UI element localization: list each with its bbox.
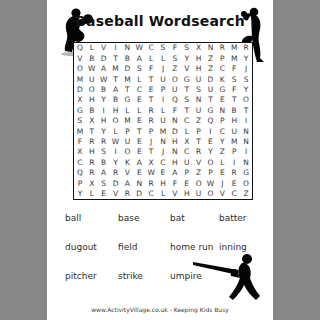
grid-cell-r11c13: Z [216,147,228,157]
grid-cell-r2c7: L [145,53,157,63]
grid-cell-r3c14: F [228,64,240,74]
grid-cell-r14c2: X [86,178,98,188]
grid-cell-r4c4: T [110,74,122,84]
grid-cell-r1c14: M [228,43,240,53]
grid-cell-r7c13: N [216,105,228,115]
grid-cell-r5c8: P [157,85,169,95]
grid-cell-r2c5: B [121,53,133,63]
word-bank-item-strike: strike [118,271,170,281]
grid-cell-r13c14: R [228,168,240,178]
grid-cell-r1c7: C [145,43,157,53]
grid-cell-r10c10: X [181,137,193,147]
grid-cell-r11c6: E [133,147,145,157]
grid-cell-r5c15: Y [240,85,252,95]
grid-cell-r6c14: T [228,95,240,105]
grid-cell-r6c12: T [205,95,217,105]
grid-cell-r6c13: E [216,95,228,105]
grid-cell-r10c5: U [121,137,133,147]
grid-cell-r2c2: B [86,53,98,63]
grid-cell-r10c1: F [74,137,86,147]
grid-cell-r6c3: Y [98,95,110,105]
grid-cell-r8c3: H [98,116,110,126]
grid-cell-r13c12: P [205,168,217,178]
grid-cell-r5c5: T [121,85,133,95]
grid-cell-r10c6: E [133,137,145,147]
grid-cell-r14c15: O [240,178,252,188]
grid-cell-r14c12: W [205,178,217,188]
grid-cell-r14c9: F [169,178,181,188]
grid-cell-r11c10: C [181,147,193,157]
grid-cell-r3c9: Z [169,64,181,74]
grid-cell-r15c13: V [216,189,228,199]
grid-cell-r15c14: C [228,189,240,199]
grid-cell-r8c5: M [121,116,133,126]
grid-cell-r6c4: B [110,95,122,105]
grid-cell-r2c3: D [98,53,110,63]
grid-cell-r4c3: W [98,74,110,84]
grid-cell-r15c3: E [98,189,110,199]
grid-cell-r3c10: V [181,64,193,74]
grid-cell-r8c6: E [133,116,145,126]
grid-cell-r7c1: G [74,105,86,115]
word-bank-item-bat: bat [170,213,219,223]
grid-cell-r12c4: Y [110,157,122,167]
grid-cell-r2c8: L [157,53,169,63]
grid-cell-r2c12: Z [205,53,217,63]
grid-cell-r2c10: Y [181,53,193,63]
grid-cell-r14c7: R [145,178,157,188]
grid-cell-r3c4: M [110,64,122,74]
grid-cell-r10c11: T [193,137,205,147]
grid-cell-r10c14: M [228,137,240,147]
grid-cell-r1c15: R [240,43,252,53]
grid-cell-r12c6: A [133,157,145,167]
grid-cell-r10c13: Y [216,137,228,147]
grid-cell-r5c13: G [216,85,228,95]
grid-cell-r9c12: I [205,126,217,136]
grid-cell-r13c13: E [216,168,228,178]
grid-cell-r4c13: K [216,74,228,84]
grid-cell-r3c5: D [121,64,133,74]
grid-cell-r1c10: S [181,43,193,53]
grid-cell-r7c3: I [98,105,110,115]
grid-cell-r3c2: W [86,64,98,74]
grid-cell-r14c8: H [157,178,169,188]
grid-cell-r11c1: X [74,147,86,157]
grid-cell-r3c6: S [133,64,145,74]
grid-cell-r11c3: S [98,147,110,157]
grid-cell-r5c9: U [169,85,181,95]
grid-cell-r9c2: T [86,126,98,136]
grid-cell-r6c5: G [121,95,133,105]
grid-cell-r8c10: C [181,116,193,126]
grid-cell-r14c1: P [74,178,86,188]
grid-cell-r6c8: I [157,95,169,105]
grid-cell-r1c5: N [121,43,133,53]
grid-cell-r9c14: U [228,126,240,136]
word-bank-item-base: base [118,213,170,223]
grid-cell-r7c10: T [181,105,193,115]
grid-cell-r11c5: O [121,147,133,157]
grid-cell-r4c12: D [205,74,217,84]
grid-cell-r5c3: B [98,85,110,95]
grid-cell-r15c1: Y [74,189,86,199]
grid-cell-r10c7: J [145,137,157,147]
grid-cell-r5c10: T [181,85,193,95]
grid-cell-r13c9: A [169,168,181,178]
grid-cell-r14c6: N [133,178,145,188]
grid-cell-r1c11: X [193,43,205,53]
grid-cell-r11c12: Y [205,147,217,157]
grid-cell-r12c3: B [98,157,110,167]
grid-cell-r13c5: V [121,168,133,178]
grid-cell-r12c15: N [240,157,252,167]
grid-cell-r9c15: N [240,126,252,136]
grid-cell-r9c8: M [157,126,169,136]
grid-cell-r2c11: H [193,53,205,63]
grid-cell-r7c14: B [228,105,240,115]
grid-cell-r7c2: B [86,105,98,115]
grid-cell-r8c13: P [216,116,228,126]
grid-cell-r10c9: H [169,137,181,147]
word-bank-item-batter: batter [219,213,259,223]
grid-cell-r6c7: T [145,95,157,105]
grid-cell-r15c11: U [193,189,205,199]
grid-cell-r1c8: S [157,43,169,53]
grid-cell-r1c12: N [205,43,217,53]
grid-cell-r11c4: I [110,147,122,157]
grid-cell-r5c11: S [193,85,205,95]
grid-cell-r10c15: N [240,137,252,147]
word-bank-item-field: field [118,242,170,252]
grid-cell-r12c9: H [169,157,181,167]
grid-cell-r4c11: U [193,74,205,84]
grid-cell-r13c7: W [145,168,157,178]
grid-cell-r12c5: K [121,157,133,167]
grid-cell-r12c10: U [181,157,193,167]
grid-cell-r14c5: A [121,178,133,188]
grid-cell-r9c3: Y [98,126,110,136]
footer-credit: www.ActivityVillage.co.uk - Keeping Kids… [47,306,273,313]
grid-cell-r13c15: G [240,168,252,178]
grid-cell-r7c12: G [205,105,217,115]
grid-cell-r3c3: A [98,64,110,74]
grid-cell-r2c14: M [228,53,240,63]
grid-cell-r15c12: O [205,189,217,199]
worksheet-page: Baseball Wordsearch QLVINWCSFSXNRMRVBDTB… [47,0,273,320]
grid-cell-r7c5: L [121,105,133,115]
grid-cell-r2c13: P [216,53,228,63]
grid-cell-r4c1: M [74,74,86,84]
grid-cell-r11c7: T [145,147,157,157]
grid-cell-r4c14: S [228,74,240,84]
grid-cell-r8c14: H [228,116,240,126]
grid-cell-r4c2: U [86,74,98,84]
grid-cell-r13c10: P [181,168,193,178]
grid-cell-r15c4: V [110,189,122,199]
grid-cell-r1c4: I [110,43,122,53]
grid-cell-r4c5: M [121,74,133,84]
grid-cell-r7c11: U [193,105,205,115]
grid-cell-r9c13: C [216,126,228,136]
grid-cell-r11c9: N [169,147,181,157]
grid-cell-r5c14: F [228,85,240,95]
grid-cell-r14c11: O [193,178,205,188]
grid-cell-r8c9: N [169,116,181,126]
grid-cell-r11c14: P [228,147,240,157]
grid-cell-r1c2: L [86,43,98,53]
grid-cell-r7c15: T [240,105,252,115]
grid-cell-r1c9: F [169,43,181,53]
grid-cell-r6c15: O [240,95,252,105]
grid-cell-r2c4: T [110,53,122,63]
grid-cell-r15c15: Z [240,189,252,199]
grid-cell-r6c10: S [181,95,193,105]
grid-cell-r9c11: P [193,126,205,136]
batter-silhouette-icon [192,246,270,308]
grid-cell-r6c2: H [86,95,98,105]
grid-cell-r13c1: Q [74,168,86,178]
grid-cell-r12c7: X [145,157,157,167]
grid-cell-r13c8: E [157,168,169,178]
grid-cell-r9c6: T [133,126,145,136]
grid-cell-r13c11: Z [193,168,205,178]
grid-cell-r4c15: S [240,74,252,84]
grid-cell-r14c14: E [228,178,240,188]
grid-cell-r8c7: R [145,116,157,126]
grid-cell-r3c13: C [216,64,228,74]
grid-cell-r9c4: L [110,126,122,136]
grid-cell-r10c4: W [110,137,122,147]
grid-cell-r1c6: W [133,43,145,53]
grid-cell-r1c13: R [216,43,228,53]
grid-cell-r14c13: J [216,178,228,188]
grid-cell-r8c1: S [74,116,86,126]
grid-cell-r4c9: O [169,74,181,84]
grid-cell-r12c11: V [193,157,205,167]
grid-cell-r3c15: J [240,64,252,74]
grid-cell-r6c9: Q [169,95,181,105]
wordsearch-grid: QLVINWCSFSXNRMRVBDTBALLSYHZPMYOWAMDSFJZV… [73,42,253,200]
grid-cell-r15c10: H [181,189,193,199]
grid-cell-r10c2: R [86,137,98,147]
grid-cell-r5c7: E [145,85,157,95]
grid-cell-r8c15: I [240,116,252,126]
grid-cell-r12c1: C [74,157,86,167]
grid-cell-r14c3: S [98,178,110,188]
grid-cell-r5c1: D [74,85,86,95]
grid-cell-r9c7: P [145,126,157,136]
grid-cell-r4c7: T [145,74,157,84]
grid-cell-r9c10: L [181,126,193,136]
grid-cell-r2c1: V [74,53,86,63]
grid-cell-r3c11: H [193,64,205,74]
grid-cell-r12c2: R [86,157,98,167]
grid-cell-r8c4: O [110,116,122,126]
grid-cell-r13c3: A [98,168,110,178]
grid-cell-r7c7: R [145,105,157,115]
grid-cell-r9c9: D [169,126,181,136]
grid-cell-r11c11: R [193,147,205,157]
grid-cell-r3c8: J [157,64,169,74]
grid-cell-r2c6: A [133,53,145,63]
grid-cell-r8c12: Q [205,116,217,126]
grid-cell-r5c6: C [133,85,145,95]
grid-cell-r9c5: P [121,126,133,136]
grid-cell-r2c9: S [169,53,181,63]
grid-cell-r13c4: R [110,168,122,178]
grid-cell-r3c1: O [74,64,86,74]
grid-cell-r15c5: R [121,189,133,199]
grid-cell-r12c8: C [157,157,169,167]
grid-cell-r11c2: H [86,147,98,157]
grid-cell-r1c3: V [98,43,110,53]
grid-cell-r7c9: F [169,105,181,115]
grid-cell-r5c4: A [110,85,122,95]
grid-cell-r5c12: U [205,85,217,95]
word-bank-item-ball: ball [65,213,118,223]
grid-cell-r4c8: U [157,74,169,84]
grid-cell-r15c6: D [133,189,145,199]
grid-cell-r12c12: O [205,157,217,167]
grid-cell-r4c6: L [133,74,145,84]
grid-cell-r15c7: C [145,189,157,199]
grid-cell-r13c6: E [133,168,145,178]
grid-cell-r6c11: N [193,95,205,105]
grid-cell-r5c2: O [86,85,98,95]
grid-cell-r13c2: R [86,168,98,178]
grid-cell-r3c12: Z [205,64,217,74]
grid-cell-r6c6: E [133,95,145,105]
grid-cell-r12c13: L [216,157,228,167]
grid-cell-r10c12: E [205,137,217,147]
grid-cell-r14c4: D [110,178,122,188]
grid-cell-r1c1: Q [74,43,86,53]
grid-cell-r15c8: L [157,189,169,199]
word-bank-item-dugout: dugout [65,242,118,252]
grid-cell-r4c10: G [181,74,193,84]
grid-cell-r12c14: I [228,157,240,167]
grid-cell-r3c7: F [145,64,157,74]
grid-cell-r10c8: N [157,137,169,147]
grid-cell-r14c10: E [181,178,193,188]
grid-cell-r8c11: Z [193,116,205,126]
grid-cell-r6c1: X [74,95,86,105]
grid-cell-r10c3: R [98,137,110,147]
word-bank-item-pitcher: pitcher [65,271,118,281]
grid-cell-r8c2: X [86,116,98,126]
grid-cell-r15c2: L [86,189,98,199]
grid-cell-r11c15: I [240,147,252,157]
grid-cell-r7c6: L [133,105,145,115]
grid-cell-r8c8: U [157,116,169,126]
grid-cell-r15c9: V [169,189,181,199]
grid-cell-r7c4: H [110,105,122,115]
grid-cell-r11c8: J [157,147,169,157]
grid-cell-r7c8: L [157,105,169,115]
grid-cell-r2c15: Y [240,53,252,63]
grid-cell-r9c1: M [74,126,86,136]
